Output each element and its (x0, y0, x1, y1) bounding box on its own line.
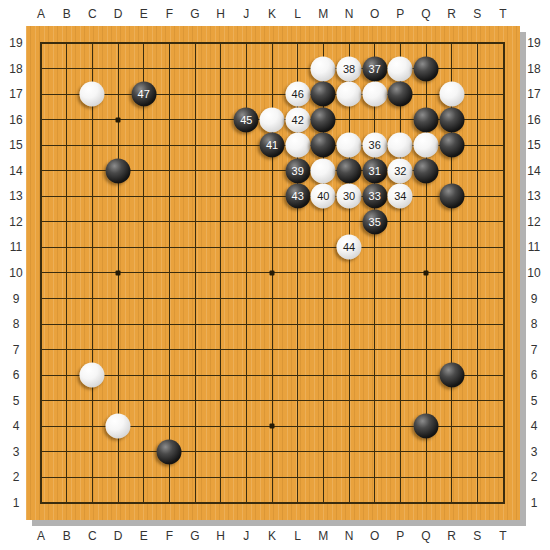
row-label-right-11: 11 (528, 240, 540, 254)
row-label-left-9: 9 (13, 292, 20, 306)
stone-black-K15-move-41: 41 (260, 133, 285, 158)
stone-white-L17-move-46: 46 (285, 82, 310, 107)
row-label-left-19: 19 (9, 36, 22, 50)
stone-white-Q15 (414, 133, 439, 158)
row-label-left-17: 17 (9, 87, 22, 101)
stone-white-N18-move-38: 38 (337, 56, 362, 81)
star-point-D16 (116, 117, 121, 122)
stone-black-L14-move-39: 39 (285, 158, 310, 183)
row-label-right-5: 5 (531, 394, 538, 408)
stone-black-O14-move-31: 31 (362, 158, 387, 183)
stone-black-Q4 (414, 414, 439, 439)
column-label-bottom-B: B (63, 529, 71, 543)
row-label-right-12: 12 (527, 215, 540, 229)
stone-black-O18-move-37: 37 (362, 56, 387, 81)
column-label-bottom-F: F (166, 529, 173, 543)
stone-white-M14 (311, 158, 336, 183)
stone-white-N13-move-30: 30 (337, 184, 362, 209)
column-label-bottom-G: G (190, 529, 199, 543)
row-label-left-3: 3 (13, 445, 20, 459)
column-label-bottom-H: H (216, 529, 225, 543)
row-label-left-10: 10 (9, 266, 22, 280)
stone-black-M15 (311, 133, 336, 158)
column-label-bottom-D: D (114, 529, 123, 543)
stone-white-M18 (311, 56, 336, 81)
row-label-right-13: 13 (527, 189, 540, 203)
go-diagram-page: 474541464239434038304437363133353234 AAB… (0, 0, 550, 550)
column-label-bottom-N: N (345, 529, 354, 543)
row-label-right-10: 10 (527, 266, 540, 280)
stone-black-R15 (439, 133, 464, 158)
row-label-right-6: 6 (531, 368, 538, 382)
row-label-right-18: 18 (527, 62, 540, 76)
row-label-left-7: 7 (13, 343, 20, 357)
column-label-top-L: L (294, 7, 301, 21)
row-label-left-18: 18 (9, 62, 22, 76)
stone-white-C6 (80, 363, 105, 388)
column-label-top-D: D (114, 7, 123, 21)
column-label-bottom-K: K (268, 529, 276, 543)
column-label-top-F: F (166, 7, 173, 21)
stone-white-N15 (337, 133, 362, 158)
stone-black-L13-move-43: 43 (285, 184, 310, 209)
stone-black-M17 (311, 82, 336, 107)
row-label-left-1: 1 (13, 496, 20, 510)
stone-white-L15 (285, 133, 310, 158)
row-label-left-6: 6 (13, 368, 20, 382)
column-label-top-E: E (140, 7, 148, 21)
stone-white-O17 (362, 82, 387, 107)
stone-black-O12-move-35: 35 (362, 209, 387, 234)
stone-black-R6 (439, 363, 464, 388)
stone-white-D4 (106, 414, 131, 439)
column-label-top-O: O (370, 7, 379, 21)
column-label-top-R: R (447, 7, 456, 21)
stone-white-K16 (260, 107, 285, 132)
row-label-left-13: 13 (9, 189, 22, 203)
column-label-top-G: G (190, 7, 199, 21)
row-label-left-4: 4 (13, 419, 20, 433)
row-label-left-14: 14 (9, 164, 22, 178)
stone-black-Q14 (414, 158, 439, 183)
column-label-top-N: N (345, 7, 354, 21)
stone-white-P14-move-32: 32 (388, 158, 413, 183)
column-label-top-T: T (499, 7, 506, 21)
column-label-top-Q: Q (421, 7, 430, 21)
row-label-right-9: 9 (531, 292, 538, 306)
row-label-right-8: 8 (531, 317, 538, 331)
column-label-top-J: J (243, 7, 249, 21)
stone-black-M16 (311, 107, 336, 132)
stone-black-J16-move-45: 45 (234, 107, 259, 132)
column-label-top-B: B (63, 7, 71, 21)
row-label-right-7: 7 (531, 343, 538, 357)
row-label-right-16: 16 (527, 113, 540, 127)
stone-black-D14 (106, 158, 131, 183)
column-label-bottom-E: E (140, 529, 148, 543)
stone-black-Q18 (414, 56, 439, 81)
stone-white-P15 (388, 133, 413, 158)
stone-black-P17 (388, 82, 413, 107)
stone-white-N17 (337, 82, 362, 107)
stone-white-P18 (388, 56, 413, 81)
column-label-bottom-O: O (370, 529, 379, 543)
row-label-left-8: 8 (13, 317, 20, 331)
row-label-left-12: 12 (9, 215, 22, 229)
column-label-top-P: P (396, 7, 404, 21)
row-label-left-16: 16 (9, 113, 22, 127)
stone-white-L16-move-42: 42 (285, 107, 310, 132)
row-label-left-11: 11 (10, 240, 22, 254)
row-label-right-17: 17 (527, 87, 540, 101)
column-label-bottom-P: P (396, 529, 404, 543)
column-label-top-H: H (216, 7, 225, 21)
row-label-right-15: 15 (527, 138, 540, 152)
star-point-Q10 (424, 270, 429, 275)
star-point-K10 (270, 270, 275, 275)
go-board: 474541464239434038304437363133353234 (26, 26, 520, 520)
stone-black-E17-move-47: 47 (131, 82, 156, 107)
column-label-bottom-J: J (243, 529, 249, 543)
column-label-bottom-S: S (473, 529, 481, 543)
star-point-D10 (116, 270, 121, 275)
row-label-right-3: 3 (531, 445, 538, 459)
row-label-right-1: 1 (531, 496, 538, 510)
stone-black-O13-move-33: 33 (362, 184, 387, 209)
stone-white-R17 (439, 82, 464, 107)
row-label-right-19: 19 (527, 36, 540, 50)
row-label-left-15: 15 (9, 138, 22, 152)
column-label-top-S: S (473, 7, 481, 21)
stone-white-O15-move-36: 36 (362, 133, 387, 158)
column-label-bottom-L: L (294, 529, 301, 543)
row-label-right-14: 14 (527, 164, 540, 178)
column-label-top-M: M (318, 7, 328, 21)
column-label-bottom-R: R (447, 529, 456, 543)
column-label-bottom-M: M (318, 529, 328, 543)
stone-white-P13-move-34: 34 (388, 184, 413, 209)
stone-black-R13 (439, 184, 464, 209)
row-label-left-5: 5 (13, 394, 20, 408)
column-label-bottom-A: A (37, 529, 45, 543)
row-label-right-2: 2 (531, 470, 538, 484)
stone-black-F3 (157, 439, 182, 464)
star-point-K4 (270, 424, 275, 429)
column-label-bottom-Q: Q (421, 529, 430, 543)
stone-white-C17 (80, 82, 105, 107)
column-label-bottom-T: T (499, 529, 506, 543)
row-label-right-4: 4 (531, 419, 538, 433)
column-label-top-C: C (88, 7, 97, 21)
row-label-left-2: 2 (13, 470, 20, 484)
stone-white-N11-move-44: 44 (337, 235, 362, 260)
stone-black-R16 (439, 107, 464, 132)
column-label-top-K: K (268, 7, 276, 21)
column-label-bottom-C: C (88, 529, 97, 543)
stone-black-Q16 (414, 107, 439, 132)
stone-white-M13-move-40: 40 (311, 184, 336, 209)
column-label-top-A: A (37, 7, 45, 21)
stone-black-N14 (337, 158, 362, 183)
